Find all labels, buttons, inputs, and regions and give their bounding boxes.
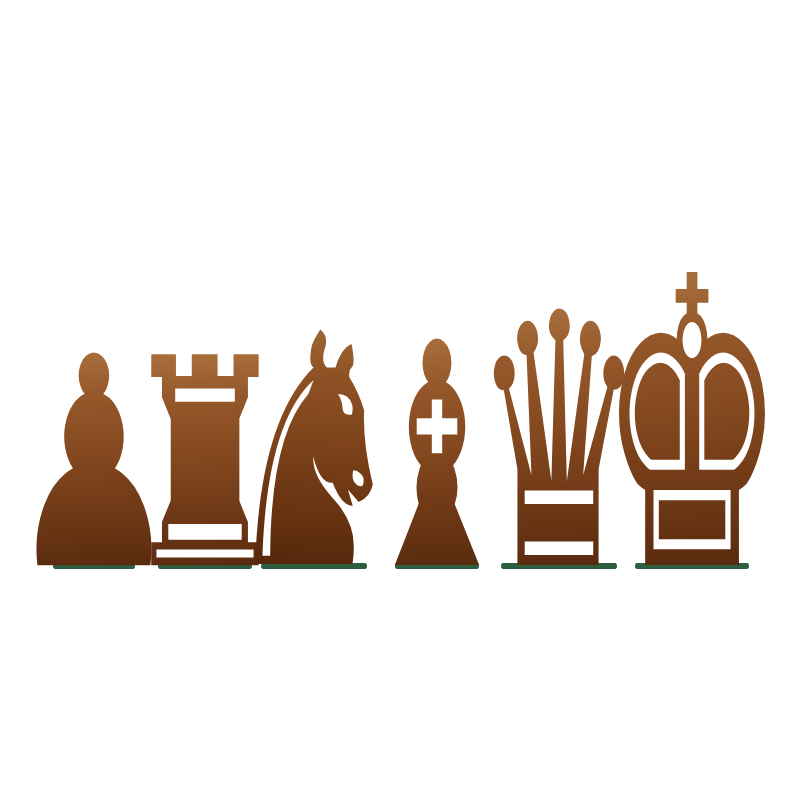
chess-piece-king: ♚ — [599, 226, 786, 627]
king-glyph: ♚ — [599, 226, 786, 627]
chess-pieces-product-photo: ♟ ♜ ♞ ♝ ♛ ♚ — [0, 0, 800, 800]
